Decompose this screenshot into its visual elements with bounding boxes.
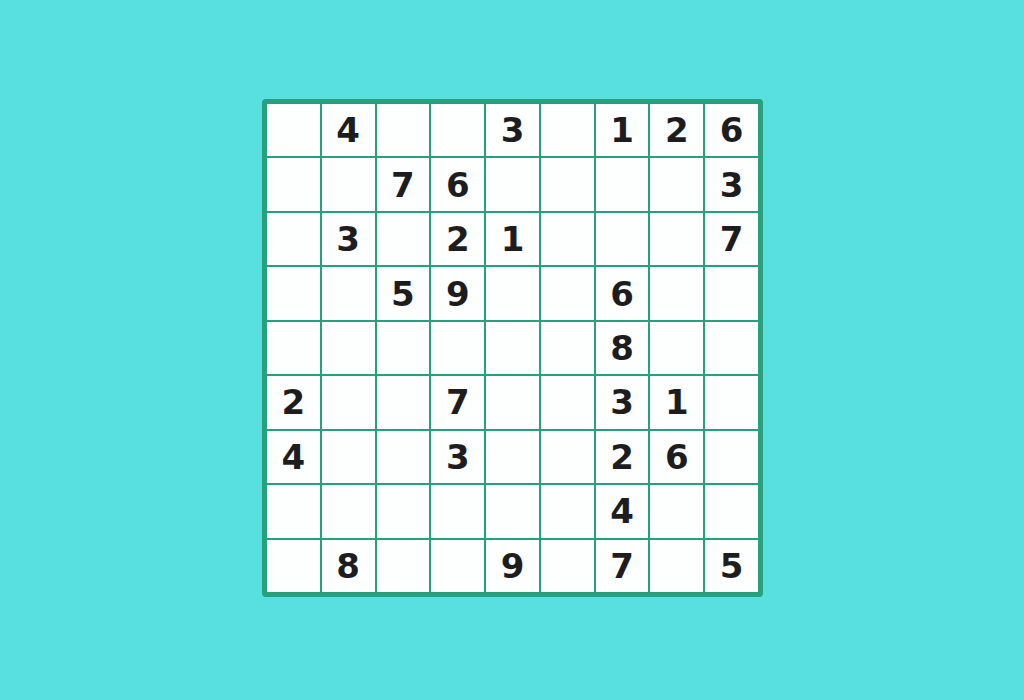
sudoku-cell-r2c4[interactable]: 6 bbox=[431, 158, 484, 210]
sudoku-cell-r6c4[interactable]: 7 bbox=[431, 376, 484, 428]
sudoku-cell-r7c6[interactable] bbox=[541, 431, 594, 483]
sudoku-cell-r6c8[interactable]: 1 bbox=[650, 376, 703, 428]
cell-digit: 4 bbox=[336, 113, 360, 147]
sudoku-cell-r7c5[interactable] bbox=[486, 431, 539, 483]
sudoku-cell-r5c7[interactable]: 8 bbox=[596, 322, 649, 374]
sudoku-cell-r8c9[interactable] bbox=[705, 485, 758, 537]
cell-digit: 3 bbox=[501, 113, 525, 147]
cell-digit: 8 bbox=[336, 549, 360, 583]
cell-digit: 7 bbox=[720, 222, 744, 256]
sudoku-cell-r1c9[interactable]: 6 bbox=[705, 104, 758, 156]
cell-digit: 7 bbox=[446, 385, 470, 419]
sudoku-cell-r3c5[interactable]: 1 bbox=[486, 213, 539, 265]
cell-digit: 4 bbox=[282, 440, 306, 474]
sudoku-cell-r8c8[interactable] bbox=[650, 485, 703, 537]
sudoku-cell-r2c6[interactable] bbox=[541, 158, 594, 210]
sudoku-cell-r6c2[interactable] bbox=[322, 376, 375, 428]
cell-digit: 3 bbox=[446, 440, 470, 474]
sudoku-cell-r2c9[interactable]: 3 bbox=[705, 158, 758, 210]
sudoku-cell-r2c7[interactable] bbox=[596, 158, 649, 210]
sudoku-cell-r9c4[interactable] bbox=[431, 540, 484, 592]
sudoku-cell-r4c4[interactable]: 9 bbox=[431, 267, 484, 319]
sudoku-cell-r2c5[interactable] bbox=[486, 158, 539, 210]
cell-digit: 2 bbox=[665, 113, 689, 147]
sudoku-cell-r3c2[interactable]: 3 bbox=[322, 213, 375, 265]
sudoku-cell-r8c7[interactable]: 4 bbox=[596, 485, 649, 537]
sudoku-cell-r6c9[interactable] bbox=[705, 376, 758, 428]
sudoku-cell-r5c8[interactable] bbox=[650, 322, 703, 374]
sudoku-cell-r3c4[interactable]: 2 bbox=[431, 213, 484, 265]
sudoku-cell-r3c3[interactable] bbox=[377, 213, 430, 265]
cell-digit: 1 bbox=[665, 385, 689, 419]
sudoku-cell-r9c1[interactable] bbox=[267, 540, 320, 592]
sudoku-cell-r1c8[interactable]: 2 bbox=[650, 104, 703, 156]
sudoku-cell-r7c7[interactable]: 2 bbox=[596, 431, 649, 483]
sudoku-cell-r9c3[interactable] bbox=[377, 540, 430, 592]
sudoku-cell-r8c1[interactable] bbox=[267, 485, 320, 537]
sudoku-cell-r5c3[interactable] bbox=[377, 322, 430, 374]
sudoku-cell-r4c7[interactable]: 6 bbox=[596, 267, 649, 319]
sudoku-cell-r4c3[interactable]: 5 bbox=[377, 267, 430, 319]
cell-digit: 1 bbox=[501, 222, 525, 256]
sudoku-cell-r5c2[interactable] bbox=[322, 322, 375, 374]
cell-digit: 9 bbox=[501, 549, 525, 583]
sudoku-cell-r2c8[interactable] bbox=[650, 158, 703, 210]
sudoku-cell-r6c3[interactable] bbox=[377, 376, 430, 428]
sudoku-cell-r6c1[interactable]: 2 bbox=[267, 376, 320, 428]
sudoku-cell-r9c6[interactable] bbox=[541, 540, 594, 592]
sudoku-cell-r1c7[interactable]: 1 bbox=[596, 104, 649, 156]
sudoku-cell-r5c6[interactable] bbox=[541, 322, 594, 374]
cell-digit: 3 bbox=[336, 222, 360, 256]
sudoku-cell-r7c8[interactable]: 6 bbox=[650, 431, 703, 483]
sudoku-cell-r3c8[interactable] bbox=[650, 213, 703, 265]
sudoku-cell-r4c5[interactable] bbox=[486, 267, 539, 319]
sudoku-cell-r2c3[interactable]: 7 bbox=[377, 158, 430, 210]
sudoku-cell-r7c3[interactable] bbox=[377, 431, 430, 483]
sudoku-cell-r7c1[interactable]: 4 bbox=[267, 431, 320, 483]
cell-digit: 2 bbox=[446, 222, 470, 256]
sudoku-cell-r6c5[interactable] bbox=[486, 376, 539, 428]
sudoku-cell-r9c2[interactable]: 8 bbox=[322, 540, 375, 592]
sudoku-cell-r2c1[interactable] bbox=[267, 158, 320, 210]
sudoku-cell-r4c1[interactable] bbox=[267, 267, 320, 319]
sudoku-cell-r5c4[interactable] bbox=[431, 322, 484, 374]
sudoku-cell-r1c4[interactable] bbox=[431, 104, 484, 156]
sudoku-cell-r1c2[interactable]: 4 bbox=[322, 104, 375, 156]
sudoku-cell-r8c4[interactable] bbox=[431, 485, 484, 537]
cell-digit: 7 bbox=[391, 168, 415, 202]
sudoku-cell-r4c8[interactable] bbox=[650, 267, 703, 319]
cell-digit: 2 bbox=[282, 385, 306, 419]
sudoku-cell-r8c3[interactable] bbox=[377, 485, 430, 537]
sudoku-cell-r9c9[interactable]: 5 bbox=[705, 540, 758, 592]
cell-digit: 8 bbox=[610, 331, 634, 365]
cell-digit: 5 bbox=[391, 277, 415, 311]
cell-digit: 2 bbox=[610, 440, 634, 474]
cell-digit: 7 bbox=[610, 549, 634, 583]
sudoku-cell-r8c6[interactable] bbox=[541, 485, 594, 537]
cell-digit: 4 bbox=[610, 494, 634, 528]
sudoku-cell-r1c1[interactable] bbox=[267, 104, 320, 156]
sudoku-cell-r7c2[interactable] bbox=[322, 431, 375, 483]
sudoku-cell-r9c5[interactable]: 9 bbox=[486, 540, 539, 592]
sudoku-cell-r3c6[interactable] bbox=[541, 213, 594, 265]
sudoku-cell-r7c9[interactable] bbox=[705, 431, 758, 483]
cell-digit: 6 bbox=[720, 113, 744, 147]
cell-digit: 9 bbox=[446, 277, 470, 311]
sudoku-cell-r6c6[interactable] bbox=[541, 376, 594, 428]
sudoku-cell-r8c2[interactable] bbox=[322, 485, 375, 537]
sudoku-cell-r5c9[interactable] bbox=[705, 322, 758, 374]
sudoku-cell-r5c1[interactable] bbox=[267, 322, 320, 374]
cell-digit: 6 bbox=[610, 277, 634, 311]
sudoku-cell-r1c3[interactable] bbox=[377, 104, 430, 156]
cell-digit: 6 bbox=[665, 440, 689, 474]
sudoku-cell-r5c5[interactable] bbox=[486, 322, 539, 374]
sudoku-cell-r9c8[interactable] bbox=[650, 540, 703, 592]
sudoku-cell-r1c6[interactable] bbox=[541, 104, 594, 156]
sudoku-board: 43126763321759682731432648975 bbox=[262, 99, 763, 597]
sudoku-cell-r4c9[interactable] bbox=[705, 267, 758, 319]
sudoku-cell-r3c7[interactable] bbox=[596, 213, 649, 265]
sudoku-cell-r3c9[interactable]: 7 bbox=[705, 213, 758, 265]
cell-digit: 6 bbox=[446, 168, 470, 202]
sudoku-cell-r1c5[interactable]: 3 bbox=[486, 104, 539, 156]
sudoku-cell-r8c5[interactable] bbox=[486, 485, 539, 537]
sudoku-cell-r7c4[interactable]: 3 bbox=[431, 431, 484, 483]
sudoku-cell-r2c2[interactable] bbox=[322, 158, 375, 210]
cell-digit: 3 bbox=[720, 168, 744, 202]
sudoku-cell-r3c1[interactable] bbox=[267, 213, 320, 265]
sudoku-cell-r4c2[interactable] bbox=[322, 267, 375, 319]
cell-digit: 3 bbox=[610, 385, 634, 419]
sudoku-cell-r4c6[interactable] bbox=[541, 267, 594, 319]
sudoku-cell-r9c7[interactable]: 7 bbox=[596, 540, 649, 592]
cell-digit: 5 bbox=[720, 549, 744, 583]
cell-digit: 1 bbox=[610, 113, 634, 147]
sudoku-cell-r6c7[interactable]: 3 bbox=[596, 376, 649, 428]
